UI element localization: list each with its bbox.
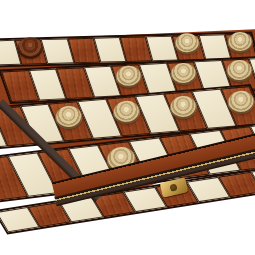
light-piece[interactable] bbox=[170, 95, 197, 119]
light-piece[interactable] bbox=[228, 32, 251, 52]
light-piece[interactable] bbox=[226, 59, 251, 81]
photo-scene bbox=[0, 0, 255, 255]
light-piece[interactable] bbox=[55, 105, 82, 129]
dark-piece[interactable] bbox=[18, 38, 41, 58]
light-piece[interactable] bbox=[176, 34, 199, 54]
light-piece[interactable] bbox=[171, 62, 196, 84]
light-piece[interactable] bbox=[116, 65, 141, 87]
light-piece[interactable] bbox=[113, 100, 140, 124]
light-piece[interactable] bbox=[228, 90, 255, 114]
